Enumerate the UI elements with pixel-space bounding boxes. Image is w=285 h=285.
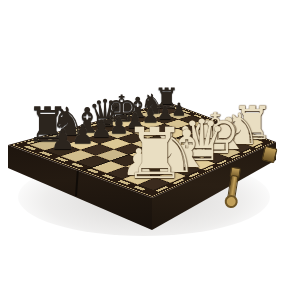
brass-hinge-icon	[261, 146, 277, 164]
chess-set-photo: ♜♞♝♛♚♝♞♜♟♟♟♟♟♟♟♟♟♟♟♟♟♟♟♟♜♞♝♛♚♝♞♜	[0, 0, 285, 285]
